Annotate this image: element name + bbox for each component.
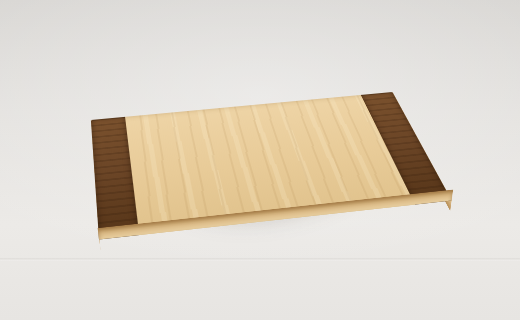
table-seam: [0, 258, 520, 261]
